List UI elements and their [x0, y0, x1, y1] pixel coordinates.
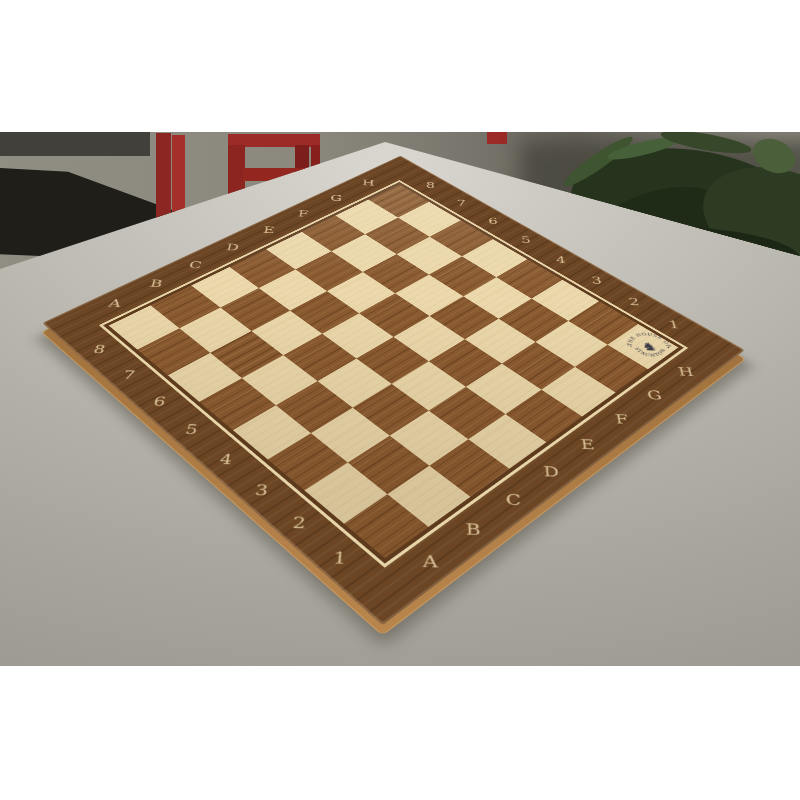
- file-label-left-b: B: [144, 277, 169, 290]
- rank-label-top-1: 1: [661, 317, 686, 331]
- red-chair-leg: [172, 135, 185, 228]
- rank-label-top-7: 7: [451, 197, 470, 208]
- red-chair-leg: [228, 145, 245, 231]
- rank-label-bottom-3: 3: [247, 480, 275, 500]
- chessboard: THE HOUSE OF STAUNTON ✦ ✦ ♞ HH88GG77FF66…: [42, 156, 744, 626]
- file-label-left-h: H: [359, 177, 378, 188]
- file-label-right-e: E: [574, 436, 601, 454]
- rank-label-bottom-4: 4: [212, 450, 240, 469]
- rank-label-top-2: 2: [622, 295, 646, 309]
- file-label-left-c: C: [183, 258, 207, 271]
- rank-label-top-4: 4: [550, 253, 572, 265]
- rank-label-top-5: 5: [516, 234, 537, 246]
- file-label-right-d: D: [538, 462, 565, 481]
- file-label-left-d: D: [221, 241, 244, 253]
- file-label-right-g: G: [641, 387, 667, 403]
- rank-label-bottom-1: 1: [325, 547, 354, 569]
- staunton-logo-graphic: THE HOUSE OF STAUNTON ✦ ✦ ♞: [623, 331, 677, 363]
- file-label-right-b: B: [459, 519, 486, 540]
- file-label-left-e: E: [258, 224, 280, 236]
- rank-label-bottom-2: 2: [285, 513, 314, 534]
- file-label-left-f: F: [293, 208, 314, 219]
- logo-knight-icon: ♞: [640, 340, 658, 354]
- dark-cabinet-top: [0, 132, 150, 156]
- rank-label-bottom-5: 5: [178, 421, 206, 439]
- rank-label-top-3: 3: [585, 274, 608, 287]
- red-chair-leg: [156, 133, 171, 231]
- file-label-right-f: F: [609, 411, 636, 428]
- file-label-right-a: A: [417, 550, 444, 572]
- rank-label-bottom-7: 7: [115, 367, 143, 383]
- rank-label-bottom-8: 8: [86, 342, 113, 357]
- letterbox-top: [0, 0, 800, 132]
- red-chair-rail: [243, 168, 305, 181]
- letterbox-bottom: [0, 666, 800, 800]
- screenshot: THE HOUSE OF STAUNTON ✦ ✦ ♞ HH88GG77FF66…: [0, 0, 800, 800]
- staunton-logo: THE HOUSE OF STAUNTON ✦ ✦ ♞: [623, 331, 677, 363]
- file-label-right-c: C: [500, 490, 527, 510]
- playing-field: THE HOUSE OF STAUNTON ✦ ✦ ♞: [99, 180, 688, 568]
- rank-label-top-6: 6: [483, 215, 503, 226]
- squares-grid: [109, 184, 679, 558]
- photograph: THE HOUSE OF STAUNTON ✦ ✦ ♞ HH88GG77FF66…: [0, 132, 800, 666]
- red-chair-fragment: [487, 132, 507, 144]
- rank-label-bottom-6: 6: [145, 393, 173, 410]
- file-label-left-g: G: [326, 192, 346, 203]
- rank-label-top-8: 8: [421, 180, 440, 191]
- file-label-right-h: H: [673, 364, 699, 380]
- file-label-left-a: A: [102, 296, 128, 310]
